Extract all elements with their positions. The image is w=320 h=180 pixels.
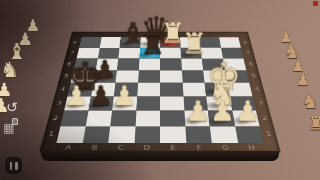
square-d3[interactable]	[136, 96, 160, 110]
captured-black-rook: ♜	[307, 114, 320, 133]
square-d7[interactable]: ♜	[139, 48, 160, 59]
square-b3[interactable]: ♟	[88, 96, 114, 110]
square-e5[interactable]	[160, 70, 182, 83]
captured-black-knight: ♞	[301, 91, 319, 111]
square-e3[interactable]	[160, 96, 184, 110]
square-a2[interactable]	[60, 111, 88, 127]
square-g2[interactable]: ♟	[208, 111, 235, 127]
square-f5[interactable]	[182, 70, 205, 83]
pause-icon	[10, 162, 13, 170]
rank-label-6: 6	[244, 59, 257, 71]
square-c1[interactable]	[108, 126, 135, 143]
piece-black-bishop-c8[interactable]: ♝	[120, 18, 140, 47]
square-b1[interactable]	[82, 126, 110, 143]
rank-label-5: 5	[247, 70, 261, 83]
piece-white-pawn-h2[interactable]: ♟	[235, 97, 260, 125]
square-f6[interactable]	[181, 59, 203, 71]
square-c3[interactable]: ♟	[112, 96, 137, 110]
piece-white-rook-f7[interactable]: ♜	[181, 29, 202, 58]
square-d4[interactable]	[137, 83, 160, 96]
rank-label-8: 8	[239, 37, 251, 47]
square-h2[interactable]: ♟	[232, 111, 260, 127]
square-d5[interactable]	[138, 70, 160, 83]
piece-white-pawn-f2[interactable]: ♟	[185, 97, 210, 125]
captured-white-knight: ♞	[1, 60, 20, 81]
piece-white-pawn-a3[interactable]: ♟	[64, 83, 88, 110]
piece-black-rook-d7[interactable]: ♜	[139, 29, 160, 58]
square-h8[interactable]	[219, 37, 241, 47]
board-frame: ♝♛♜♜♜♟♚♚♟♟♟♞♟♟♟ ABCDEFGH 87654321 876543…	[39, 32, 281, 153]
piece-white-pawn-g2[interactable]: ♟	[210, 97, 235, 125]
square-h1[interactable]	[235, 126, 264, 143]
square-c2[interactable]	[110, 111, 136, 127]
rank-label-7: 7	[242, 48, 255, 59]
square-e4[interactable]	[160, 83, 183, 96]
chess-board[interactable]: ♝♛♜♜♜♟♚♚♟♟♟♞♟♟♟	[56, 37, 263, 143]
lock-icon	[12, 118, 18, 125]
piece-black-pawn-b3[interactable]: ♟	[88, 83, 112, 110]
square-f1[interactable]	[185, 126, 212, 143]
square-d6[interactable]	[138, 59, 160, 71]
square-a1[interactable]	[56, 126, 85, 143]
square-f2[interactable]: ♟	[184, 111, 210, 127]
square-b2[interactable]	[85, 111, 112, 127]
captured-black-pawn: ♟	[296, 72, 310, 88]
square-e1[interactable]	[160, 126, 186, 143]
square-d1[interactable]	[134, 126, 160, 143]
piece-white-pawn-c3[interactable]: ♟	[112, 83, 136, 110]
square-g1[interactable]	[210, 126, 238, 143]
board-front-edge	[41, 151, 279, 161]
square-d2[interactable]	[135, 111, 160, 127]
record-indicator-dot	[313, 1, 318, 6]
square-e6[interactable]	[160, 59, 182, 71]
square-f7[interactable]: ♜	[180, 48, 202, 59]
square-a8[interactable]	[79, 37, 101, 47]
square-a3[interactable]: ♟	[64, 96, 91, 110]
square-c6[interactable]	[117, 59, 139, 71]
chess-3d-scene: ♝♛♜♜♜♟♚♚♟♟♟♞♟♟♟ ABCDEFGH 87654321 876543…	[0, 0, 320, 180]
undo-icon: ↺	[6, 99, 18, 115]
square-c8[interactable]: ♝	[120, 37, 141, 47]
board-view-toggle-button[interactable]: ▦	[3, 121, 14, 135]
pause-button[interactable]	[5, 157, 22, 174]
undo-button[interactable]: ↺	[6, 99, 18, 115]
